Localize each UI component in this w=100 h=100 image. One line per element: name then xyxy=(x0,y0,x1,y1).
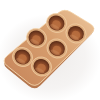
muffin-pan-illustration xyxy=(0,0,100,100)
product-photo xyxy=(0,0,100,100)
